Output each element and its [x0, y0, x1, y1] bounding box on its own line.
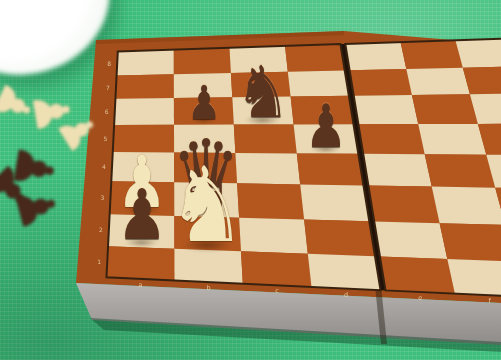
square-e3[interactable]: [368, 186, 439, 224]
file-label-a: a: [139, 281, 143, 289]
square-e2[interactable]: [374, 221, 447, 259]
square-f8[interactable]: [401, 40, 463, 69]
square-a8[interactable]: [117, 50, 174, 76]
square-e8[interactable]: [345, 42, 406, 70]
square-f1[interactable]: [447, 259, 501, 297]
white-knight-b2[interactable]: ♞: [156, 153, 258, 257]
square-f6[interactable]: [412, 94, 478, 124]
square-e7[interactable]: [350, 69, 412, 96]
rank-label-7: 7: [106, 84, 110, 91]
square-f5[interactable]: [418, 124, 486, 155]
square-f2[interactable]: [440, 223, 501, 261]
square-d1[interactable]: [308, 254, 381, 291]
rank-label-8: 8: [107, 60, 111, 67]
square-f7[interactable]: [406, 68, 470, 95]
rank-label-6: 6: [105, 108, 109, 115]
square-e4[interactable]: [363, 154, 431, 187]
square-f4[interactable]: [425, 154, 496, 187]
file-label-d: d: [344, 291, 348, 299]
file-label-e: e: [418, 294, 422, 302]
square-f3[interactable]: [432, 187, 501, 225]
black-pawn-d5[interactable]: ♟: [279, 96, 373, 156]
square-d3[interactable]: [300, 184, 369, 221]
square-d2[interactable]: [304, 220, 375, 257]
file-label-c: c: [275, 287, 279, 295]
rank-label-1: 1: [97, 258, 101, 265]
photo-chessboard-scene: 87654321abcdef ♟♟♟♟♟♟ ♞♟♟♛♟♟♞: [0, 0, 501, 360]
file-label-b: b: [207, 284, 211, 292]
square-g8[interactable]: [455, 39, 501, 68]
square-e1[interactable]: [380, 256, 455, 293]
